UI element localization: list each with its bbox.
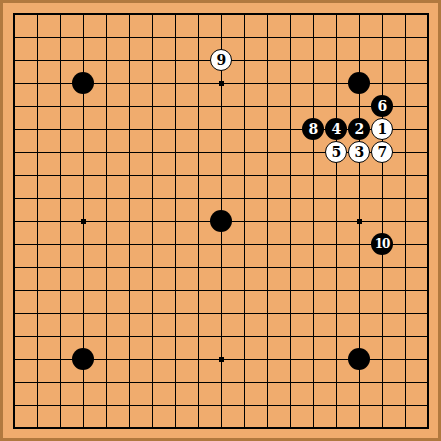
stone-move-number: 7 xyxy=(377,145,386,159)
grid-line-vertical xyxy=(405,14,406,428)
grid-line-vertical xyxy=(290,14,291,428)
stone-move-number: 3 xyxy=(354,145,363,159)
stone-move-number: 4 xyxy=(331,122,340,136)
stone-black-move-4: 4 xyxy=(325,118,347,140)
go-board: 12345678910 xyxy=(0,0,441,441)
grid-line-vertical xyxy=(336,14,337,428)
stone-move-number: 6 xyxy=(377,99,386,113)
stone-move-number: 8 xyxy=(308,122,317,136)
stone-black-setup xyxy=(348,72,370,94)
stone-black-move-10: 10 xyxy=(371,233,393,255)
stone-black-setup xyxy=(72,72,94,94)
grid-line-vertical xyxy=(267,14,268,428)
stone-move-number: 2 xyxy=(354,122,363,136)
grid-line-horizontal xyxy=(14,336,428,337)
stone-move-number: 1 xyxy=(377,122,386,136)
stone-black-setup xyxy=(210,210,232,232)
grid-line-horizontal xyxy=(14,405,428,406)
stone-black-setup xyxy=(72,348,94,370)
star-point xyxy=(81,219,86,224)
star-point xyxy=(219,357,224,362)
grid-line-vertical xyxy=(382,14,383,428)
star-point xyxy=(357,219,362,224)
stone-white-move-9: 9 xyxy=(210,49,232,71)
stone-move-number: 9 xyxy=(216,53,225,67)
grid-line-horizontal xyxy=(14,313,428,314)
stone-white-move-3: 3 xyxy=(348,141,370,163)
grid-line-horizontal xyxy=(14,244,428,245)
grid-line-horizontal xyxy=(14,267,428,268)
stone-white-move-7: 7 xyxy=(371,141,393,163)
star-point xyxy=(219,81,224,86)
grid-line-horizontal xyxy=(14,290,428,291)
stone-black-setup xyxy=(348,348,370,370)
grid-line-vertical xyxy=(244,14,245,428)
stone-black-move-6: 6 xyxy=(371,95,393,117)
stone-move-number: 10 xyxy=(375,238,390,250)
stone-black-move-2: 2 xyxy=(348,118,370,140)
stone-white-move-1: 1 xyxy=(371,118,393,140)
stone-white-move-5: 5 xyxy=(325,141,347,163)
grid-line-horizontal xyxy=(14,382,428,383)
stone-move-number: 5 xyxy=(331,145,340,159)
stone-black-move-8: 8 xyxy=(302,118,324,140)
grid-line-vertical xyxy=(313,14,314,428)
